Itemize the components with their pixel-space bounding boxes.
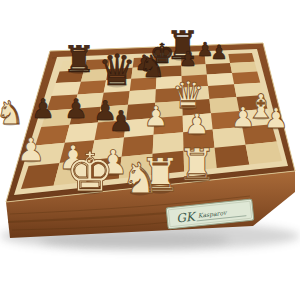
piece-black-rook-a8[interactable]: ♜: [63, 38, 96, 81]
piece-white-knight-d1[interactable]: ♞: [121, 154, 159, 203]
piece-black-queen-c6[interactable]: ♛: [98, 45, 136, 95]
square-h7[interactable]: [230, 62, 257, 73]
piece-black-pawn-a5[interactable]: ♟: [31, 93, 55, 124]
piece-black-pawn-h8[interactable]: ♟: [210, 41, 227, 64]
piece-white-pawn-a2[interactable]: ♟: [17, 131, 46, 169]
square-g1[interactable]: [215, 145, 250, 168]
piece-white-king-c1[interactable]: ♚: [66, 140, 115, 204]
piece-white-pawn-f3[interactable]: ♟: [184, 107, 210, 141]
chess-set-photo: ♟♜♟♚♟♟♜♞♛♛♟♟♝♟♞♟♟♟♟♟♟♟♟♜♚♜♞GKKasparov: [0, 0, 300, 300]
piece-black-pawn-b5[interactable]: ♟: [64, 93, 88, 124]
piece-white-pawn-h4[interactable]: ♟: [263, 102, 288, 135]
square-h6[interactable]: [232, 72, 260, 85]
piece-white-pawn-e4[interactable]: ♟: [144, 100, 169, 133]
piece-white-pawn-g4[interactable]: ♟: [230, 101, 255, 134]
square-h8[interactable]: [228, 53, 254, 63]
piece-black-pawn-f7[interactable]: ♟: [179, 47, 197, 71]
square-g6[interactable]: [207, 73, 234, 86]
square-h1[interactable]: [246, 142, 282, 165]
piece-black-knight-e7[interactable]: ♞: [138, 49, 166, 84]
piece-white-rook-f1[interactable]: ♜: [177, 139, 217, 190]
square-g5[interactable]: [208, 84, 236, 99]
square-g7[interactable]: [206, 63, 232, 74]
captured-piece-white-knight-rim-left[interactable]: ♞: [0, 94, 25, 132]
piece-black-pawn-d4[interactable]: ♟: [108, 105, 133, 138]
chess-board-scene: ♟♜♟♚♟♟♜♞♛♛♟♟♝♟♞♟♟♟♟♟♟♟♟♜♚♜♞GKKasparov: [0, 0, 300, 300]
brand-monogram: GK: [176, 209, 198, 225]
